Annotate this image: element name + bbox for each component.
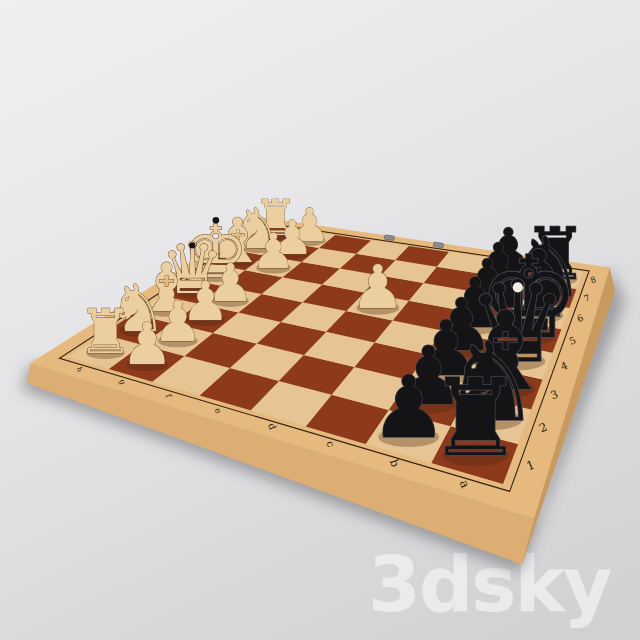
finial-ball-h4: [189, 242, 195, 248]
piece-black-rook-a1: ♜: [427, 356, 523, 480]
chessboard-3d-render: abcdefgh12345678♜♟♞♟♝♟♟♚♜♟♛♞♟♟♟♝♝♟♟♞♚♟♟♜…: [0, 0, 640, 640]
piece-white-pawn-d5: ♟: [351, 252, 405, 322]
finial-ball-h5: [213, 217, 220, 224]
product-render-scene: 3dsky abcdefgh12345678♜♟♞♟♝♟♟♚♜♟♛♞♟♟♟♝♝♟…: [0, 0, 640, 640]
white-pawn-glyph: ♟: [121, 310, 173, 378]
piece-white-pawn-g1: ♟: [121, 310, 173, 378]
finial-ball-a4: [513, 282, 523, 292]
white-pawn-glyph: ♟: [351, 252, 405, 322]
white-pawn-glyph: ♟: [252, 223, 296, 279]
black-rook-glyph: ♜: [427, 356, 523, 480]
piece-white-pawn-g6: ♟: [252, 223, 296, 279]
